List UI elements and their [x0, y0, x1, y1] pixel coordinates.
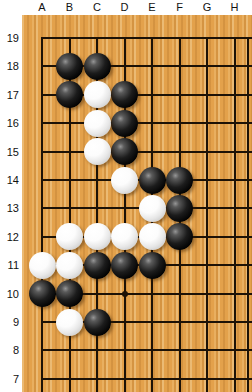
black-stone[interactable] — [111, 252, 138, 279]
black-stone[interactable] — [56, 280, 83, 307]
white-stone[interactable] — [56, 309, 83, 336]
column-label: C — [93, 2, 101, 13]
grid-line-horizontal — [41, 151, 252, 153]
black-stone[interactable] — [56, 53, 83, 80]
go-diagram: ABCDEFGH19181716151413121110987 — [0, 0, 252, 392]
white-stone[interactable] — [139, 195, 166, 222]
grid-line-horizontal — [41, 349, 252, 351]
row-label: 13 — [0, 203, 19, 214]
row-label: 14 — [0, 175, 19, 186]
grid-line-horizontal — [41, 378, 252, 380]
black-stone[interactable] — [84, 252, 111, 279]
row-label: 12 — [0, 231, 19, 242]
grid-line-vertical — [206, 37, 208, 392]
black-stone[interactable] — [29, 280, 56, 307]
column-label: F — [176, 2, 183, 13]
row-label: 10 — [0, 288, 19, 299]
column-label: A — [38, 2, 45, 13]
white-stone[interactable] — [29, 252, 56, 279]
black-stone[interactable] — [166, 167, 193, 194]
white-stone[interactable] — [111, 167, 138, 194]
column-label: G — [203, 2, 212, 13]
black-stone[interactable] — [139, 167, 166, 194]
black-stone[interactable] — [84, 53, 111, 80]
white-stone[interactable] — [139, 223, 166, 250]
row-label: 11 — [0, 260, 19, 271]
grid-line-vertical — [234, 37, 236, 392]
grid-line-horizontal — [41, 37, 252, 39]
row-label: 8 — [0, 345, 19, 356]
white-stone[interactable] — [84, 138, 111, 165]
star-point — [122, 291, 128, 297]
row-label: 9 — [0, 317, 19, 328]
row-label: 16 — [0, 118, 19, 129]
grid-line-vertical — [41, 37, 43, 392]
row-label: 18 — [0, 61, 19, 72]
white-stone[interactable] — [56, 252, 83, 279]
row-label: 7 — [0, 373, 19, 384]
black-stone[interactable] — [166, 195, 193, 222]
black-stone[interactable] — [111, 138, 138, 165]
column-label: H — [231, 2, 239, 13]
column-label: D — [121, 2, 129, 13]
column-label: E — [148, 2, 155, 13]
grid-line-vertical-crop-edge — [247, 37, 249, 392]
row-label: 19 — [0, 33, 19, 44]
black-stone[interactable] — [84, 309, 111, 336]
black-stone[interactable] — [111, 110, 138, 137]
grid-line-horizontal — [41, 122, 252, 124]
white-stone[interactable] — [84, 223, 111, 250]
row-label: 15 — [0, 146, 19, 157]
white-stone[interactable] — [84, 110, 111, 137]
row-label: 17 — [0, 89, 19, 100]
black-stone[interactable] — [139, 252, 166, 279]
white-stone[interactable] — [84, 81, 111, 108]
column-label: B — [66, 2, 73, 13]
